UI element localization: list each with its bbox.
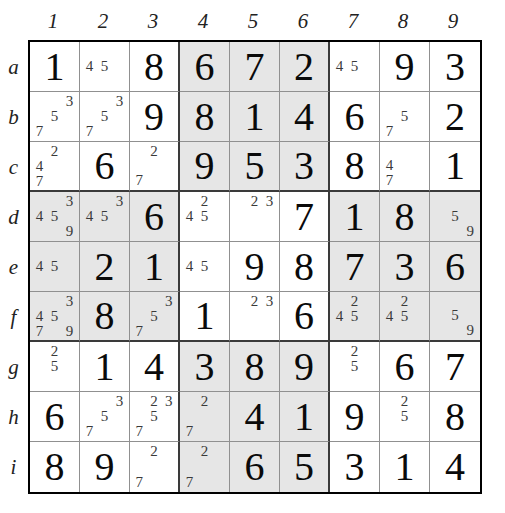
cell-c1[interactable]: 247	[30, 142, 80, 192]
pencil-empty	[32, 109, 47, 124]
pencil-marks: 27	[132, 444, 176, 490]
pencil-empty	[182, 459, 197, 474]
pencil-empty	[62, 309, 77, 324]
pencil-empty	[382, 324, 397, 338]
pencil-empty	[382, 424, 397, 439]
cell-g4[interactable]: 3	[180, 342, 230, 392]
pencil-digit-9: 9	[463, 224, 478, 239]
cell-h8[interactable]: 25	[380, 392, 430, 442]
cell-a2[interactable]: 45	[80, 42, 130, 92]
pencil-empty	[182, 224, 197, 239]
pencil-empty	[463, 209, 478, 224]
pencil-empty	[412, 109, 427, 124]
pencil-digit-4: 4	[332, 309, 347, 324]
cell-b3[interactable]: 9	[130, 92, 180, 142]
cell-f5[interactable]: 23	[230, 292, 280, 342]
pencil-digit-5: 5	[97, 409, 112, 424]
pencil-empty	[182, 409, 197, 424]
pencil-digit-5: 5	[397, 109, 412, 124]
pencil-empty	[32, 144, 47, 159]
cell-d8[interactable]: 8	[380, 192, 430, 242]
cell-b9[interactable]: 2	[430, 92, 480, 142]
solved-digit: 6	[195, 47, 215, 87]
pencil-empty	[32, 274, 47, 289]
pencil-empty	[362, 374, 377, 389]
pencil-empty	[182, 394, 197, 409]
cell-f4[interactable]: 1	[180, 292, 230, 342]
solved-digit: 6	[95, 146, 115, 186]
cell-i2[interactable]: 9	[80, 442, 130, 492]
cell-e7[interactable]: 7	[330, 242, 380, 292]
cell-e8[interactable]: 3	[380, 242, 430, 292]
solved-digit: 2	[294, 47, 314, 87]
pencil-marks: 245	[332, 294, 377, 338]
cell-b1[interactable]: 357	[30, 92, 80, 142]
pencil-empty	[47, 244, 62, 259]
pencil-empty	[197, 475, 212, 490]
pencil-empty	[247, 324, 262, 339]
pencil-digit-2: 2	[347, 294, 362, 309]
pencil-digit-2: 2	[147, 144, 162, 159]
pencil-empty	[132, 409, 147, 424]
cell-a1[interactable]: 1	[30, 42, 80, 92]
pencil-marks: 27	[182, 444, 227, 490]
pencil-digit-5: 5	[97, 209, 112, 224]
cell-c5[interactable]: 5	[230, 142, 280, 192]
cell-e4[interactable]: 45	[180, 242, 230, 292]
cell-g6[interactable]: 9	[280, 342, 330, 392]
pencil-empty	[197, 409, 212, 424]
solved-digit: 8	[144, 47, 164, 87]
solved-digit: 6	[395, 347, 415, 387]
pencil-digit-2: 2	[147, 444, 162, 459]
cell-h3[interactable]: 2357	[130, 392, 180, 442]
pencil-empty	[82, 44, 97, 59]
pencil-digit-4: 4	[82, 59, 97, 74]
cell-c4[interactable]: 9	[180, 142, 230, 192]
solved-digit: 3	[445, 47, 465, 87]
pencil-empty	[47, 274, 62, 289]
cell-c9[interactable]: 1	[430, 142, 480, 192]
pencil-empty	[212, 424, 227, 439]
pencil-empty	[412, 309, 427, 324]
cell-b5[interactable]: 1	[230, 92, 280, 142]
pencil-empty	[132, 144, 147, 159]
cell-b6[interactable]: 4	[280, 92, 330, 142]
pencil-digit-2: 2	[397, 294, 412, 309]
pencil-digit-5: 5	[397, 309, 412, 324]
pencil-empty	[412, 409, 427, 424]
pencil-empty	[332, 74, 347, 89]
pencil-empty	[112, 59, 127, 74]
column-label-7: 7	[328, 6, 378, 36]
cell-h1[interactable]: 6	[30, 392, 80, 442]
column-label-5: 5	[228, 6, 278, 36]
pencil-marks: 25	[382, 394, 427, 439]
pencil-empty	[197, 274, 212, 289]
cell-i4[interactable]: 27	[180, 442, 230, 492]
pencil-empty	[62, 344, 77, 359]
cell-f8[interactable]: 245	[380, 292, 430, 342]
pencil-empty	[147, 424, 162, 439]
pencil-digit-4: 4	[382, 309, 397, 324]
pencil-empty	[97, 424, 112, 439]
cell-i9[interactable]: 4	[430, 442, 480, 492]
solved-digit: 8	[195, 97, 215, 137]
pencil-empty	[32, 294, 47, 309]
pencil-empty	[412, 94, 427, 109]
solved-digit: 8	[245, 347, 265, 387]
cell-e2[interactable]: 2	[80, 242, 130, 292]
pencil-marks: 45	[32, 244, 77, 289]
pencil-digit-5: 5	[47, 109, 62, 124]
cell-d2[interactable]: 345	[80, 192, 130, 242]
pencil-digit-7: 7	[182, 475, 197, 490]
pencil-empty	[182, 194, 197, 209]
cell-f9[interactable]: 59	[430, 292, 480, 342]
solved-digit: 4	[245, 397, 265, 437]
pencil-empty	[161, 409, 176, 424]
cell-i3[interactable]: 27	[130, 442, 180, 492]
pencil-empty	[182, 444, 197, 459]
pencil-empty	[197, 244, 212, 259]
pencil-empty	[212, 459, 227, 474]
cell-h9[interactable]: 8	[430, 392, 480, 442]
cell-g1[interactable]: 25	[30, 342, 80, 392]
cell-e3[interactable]: 1	[130, 242, 180, 292]
cell-d6[interactable]: 7	[280, 192, 330, 242]
pencil-empty	[112, 424, 127, 439]
pencil-marks: 345	[82, 194, 127, 239]
pencil-empty	[212, 209, 227, 224]
pencil-empty	[62, 109, 77, 124]
cell-i7[interactable]: 3	[330, 442, 380, 492]
cell-i1[interactable]: 8	[30, 442, 80, 492]
pencil-empty	[262, 209, 277, 224]
pencil-empty	[161, 475, 176, 490]
pencil-empty	[212, 444, 227, 459]
pencil-empty	[112, 409, 127, 424]
pencil-empty	[197, 459, 212, 474]
pencil-empty	[397, 424, 412, 439]
cell-a3[interactable]: 8	[130, 42, 180, 92]
pencil-empty	[147, 294, 162, 309]
pencil-empty	[362, 74, 377, 89]
pencil-marks: 45	[182, 244, 227, 289]
cell-h2[interactable]: 357	[80, 392, 130, 442]
pencil-digit-2: 2	[397, 394, 412, 409]
pencil-marks: 59	[432, 194, 478, 239]
cell-a8[interactable]: 9	[380, 42, 430, 92]
cell-b8[interactable]: 57	[380, 92, 430, 142]
pencil-marks: 247	[32, 144, 77, 188]
cell-h5[interactable]: 4	[230, 392, 280, 442]
pencil-marks: 357	[82, 94, 127, 139]
pencil-empty	[332, 324, 347, 338]
cell-b7[interactable]: 6	[330, 92, 380, 142]
pencil-empty	[132, 294, 147, 309]
solved-digit: 6	[294, 296, 314, 336]
pencil-empty	[32, 94, 47, 109]
cell-g2[interactable]: 1	[80, 342, 130, 392]
pencil-digit-7: 7	[132, 173, 147, 188]
pencil-empty	[347, 374, 362, 389]
pencil-digit-5: 5	[347, 359, 362, 374]
column-label-2: 2	[78, 6, 128, 36]
pencil-marks: 357	[32, 94, 77, 139]
pencil-empty	[97, 124, 112, 139]
cell-f7[interactable]: 245	[330, 292, 380, 342]
pencil-marks: 245	[382, 294, 427, 338]
solved-digit: 3	[345, 447, 365, 487]
solved-digit: 2	[445, 97, 465, 137]
solved-digit: 9	[195, 146, 215, 186]
pencil-digit-7: 7	[182, 424, 197, 439]
pencil-digit-3: 3	[112, 194, 127, 209]
cell-a5[interactable]: 7	[230, 42, 280, 92]
pencil-marks: 245	[182, 194, 227, 239]
cell-c6[interactable]: 3	[280, 142, 330, 192]
pencil-empty	[347, 324, 362, 338]
pencil-empty	[362, 294, 377, 309]
solved-digit: 1	[195, 296, 215, 336]
pencil-empty	[97, 44, 112, 59]
pencil-marks: 23	[232, 294, 277, 338]
cell-d1[interactable]: 3459	[30, 192, 80, 242]
pencil-digit-9: 9	[463, 323, 478, 338]
cell-h4[interactable]: 27	[180, 392, 230, 442]
pencil-digit-4: 4	[32, 209, 47, 224]
cell-g7[interactable]: 25	[330, 342, 380, 392]
pencil-empty	[47, 294, 62, 309]
pencil-empty	[447, 194, 462, 209]
cell-d7[interactable]: 1	[330, 192, 380, 242]
pencil-empty	[262, 224, 277, 239]
solved-digit: 9	[294, 347, 314, 387]
pencil-empty	[332, 374, 347, 389]
pencil-empty	[161, 424, 176, 439]
pencil-empty	[412, 173, 427, 188]
pencil-digit-5: 5	[197, 259, 212, 274]
pencil-empty	[62, 374, 77, 389]
cell-f3[interactable]: 357	[130, 292, 180, 342]
pencil-empty	[47, 124, 62, 139]
pencil-digit-5: 5	[97, 109, 112, 124]
pencil-digit-7: 7	[82, 424, 97, 439]
pencil-empty	[397, 144, 412, 158]
pencil-empty	[397, 158, 412, 173]
solved-digit: 3	[294, 146, 314, 186]
pencil-empty	[362, 324, 377, 338]
cell-b4[interactable]: 8	[180, 92, 230, 142]
pencil-empty	[32, 194, 47, 209]
cell-e6[interactable]: 8	[280, 242, 330, 292]
pencil-empty	[161, 309, 176, 324]
cell-f6[interactable]: 6	[280, 292, 330, 342]
pencil-empty	[32, 359, 47, 374]
cell-d3[interactable]: 6	[130, 192, 180, 242]
cell-a7[interactable]: 45	[330, 42, 380, 92]
solved-digit: 4	[144, 347, 164, 387]
pencil-empty	[147, 159, 162, 173]
cell-g5[interactable]: 8	[230, 342, 280, 392]
cell-c7[interactable]: 8	[330, 142, 380, 192]
cell-c2[interactable]: 6	[80, 142, 130, 192]
solved-digit: 5	[294, 447, 314, 487]
pencil-marks: 25	[332, 344, 377, 389]
solved-digit: 2	[95, 247, 115, 287]
pencil-digit-4: 4	[32, 309, 47, 324]
cell-h6[interactable]: 1	[280, 392, 330, 442]
pencil-empty	[432, 224, 447, 239]
cell-a4[interactable]: 6	[180, 42, 230, 92]
pencil-marks: 2357	[132, 394, 176, 439]
pencil-digit-7: 7	[132, 424, 147, 439]
pencil-empty	[432, 209, 447, 224]
pencil-digit-7: 7	[32, 324, 47, 339]
pencil-empty	[212, 244, 227, 259]
pencil-empty	[212, 224, 227, 239]
solved-digit: 1	[294, 397, 314, 437]
pencil-empty	[262, 309, 277, 324]
pencil-digit-5: 5	[347, 309, 362, 324]
pencil-empty	[362, 309, 377, 324]
cell-b2[interactable]: 357	[80, 92, 130, 142]
pencil-empty	[132, 309, 147, 324]
cell-e5[interactable]: 9	[230, 242, 280, 292]
cell-e9[interactable]: 6	[430, 242, 480, 292]
pencil-empty	[447, 323, 462, 338]
cell-i8[interactable]: 1	[380, 442, 430, 492]
pencil-empty	[332, 44, 347, 59]
pencil-digit-7: 7	[32, 124, 47, 139]
pencil-digit-4: 4	[182, 259, 197, 274]
pencil-empty	[412, 144, 427, 158]
cell-c3[interactable]: 27	[130, 142, 180, 192]
pencil-empty	[112, 74, 127, 89]
solved-digit: 9	[345, 397, 365, 437]
pencil-digit-5: 5	[97, 59, 112, 74]
cell-g9[interactable]: 7	[430, 342, 480, 392]
pencil-empty	[412, 124, 427, 139]
pencil-empty	[212, 475, 227, 490]
cell-d9[interactable]: 59	[430, 192, 480, 242]
pencil-marks: 357	[82, 394, 127, 439]
cell-a6[interactable]: 2	[280, 42, 330, 92]
cell-f2[interactable]: 8	[80, 292, 130, 342]
pencil-empty	[382, 409, 397, 424]
cell-g3[interactable]: 4	[130, 342, 180, 392]
pencil-empty	[412, 324, 427, 338]
pencil-empty	[262, 324, 277, 339]
column-label-1: 1	[28, 6, 78, 36]
solved-digit: 3	[195, 347, 215, 387]
pencil-empty	[62, 124, 77, 139]
cell-f1[interactable]: 34579	[30, 292, 80, 342]
cell-h7[interactable]: 9	[330, 392, 380, 442]
solved-digit: 7	[345, 247, 365, 287]
solved-digit: 4	[445, 447, 465, 487]
pencil-empty	[397, 324, 412, 338]
pencil-empty	[232, 224, 247, 239]
pencil-empty	[232, 309, 247, 324]
cell-a9[interactable]: 3	[430, 42, 480, 92]
cell-e1[interactable]: 45	[30, 242, 80, 292]
cell-i5[interactable]: 6	[230, 442, 280, 492]
pencil-empty	[412, 424, 427, 439]
pencil-digit-4: 4	[382, 158, 397, 173]
solved-digit: 9	[95, 447, 115, 487]
cell-i6[interactable]: 5	[280, 442, 330, 492]
column-label-4: 4	[178, 6, 228, 36]
pencil-digit-4: 4	[82, 209, 97, 224]
pencil-empty	[332, 359, 347, 374]
pencil-empty	[463, 194, 478, 209]
pencil-empty	[82, 94, 97, 109]
pencil-empty	[362, 59, 377, 74]
pencil-marks: 45	[332, 44, 377, 89]
solved-digit: 4	[294, 97, 314, 137]
pencil-empty	[82, 224, 97, 239]
solved-digit: 9	[245, 247, 265, 287]
pencil-digit-2: 2	[247, 294, 262, 309]
pencil-empty	[161, 173, 176, 188]
pencil-empty	[112, 224, 127, 239]
pencil-empty	[362, 344, 377, 359]
pencil-empty	[332, 294, 347, 309]
solved-digit: 8	[345, 146, 365, 186]
column-label-6: 6	[278, 6, 328, 36]
pencil-digit-2: 2	[247, 194, 262, 209]
pencil-empty	[397, 124, 412, 139]
row-label-i: i	[0, 442, 27, 492]
cell-d5[interactable]: 23	[230, 192, 280, 242]
pencil-empty	[47, 324, 62, 339]
pencil-empty	[197, 424, 212, 439]
solved-digit: 6	[245, 447, 265, 487]
cell-d4[interactable]: 245	[180, 192, 230, 242]
pencil-digit-2: 2	[347, 344, 362, 359]
cell-g8[interactable]: 6	[380, 342, 430, 392]
pencil-digit-2: 2	[47, 144, 62, 159]
pencil-empty	[82, 194, 97, 209]
solved-digit: 1	[95, 347, 115, 387]
solved-digit: 8	[95, 296, 115, 336]
row-labels: abcdefghi	[0, 42, 27, 496]
pencil-digit-7: 7	[382, 173, 397, 188]
pencil-digit-5: 5	[397, 409, 412, 424]
pencil-digit-9: 9	[62, 324, 77, 339]
solved-digit: 6	[144, 197, 164, 237]
solved-digit: 1	[144, 247, 164, 287]
pencil-marks: 3459	[32, 194, 77, 239]
pencil-digit-3: 3	[112, 94, 127, 109]
pencil-empty	[112, 44, 127, 59]
pencil-empty	[212, 259, 227, 274]
row-label-g: g	[0, 342, 27, 392]
pencil-empty	[182, 274, 197, 289]
pencil-digit-5: 5	[47, 309, 62, 324]
solved-digit: 6	[445, 247, 465, 287]
pencil-empty	[182, 244, 197, 259]
pencil-empty	[412, 158, 427, 173]
pencil-empty	[161, 444, 176, 459]
cell-c8[interactable]: 47	[380, 142, 430, 192]
solved-digit: 7	[245, 47, 265, 87]
pencil-empty	[232, 209, 247, 224]
pencil-empty	[47, 159, 62, 174]
pencil-digit-7: 7	[132, 475, 147, 490]
